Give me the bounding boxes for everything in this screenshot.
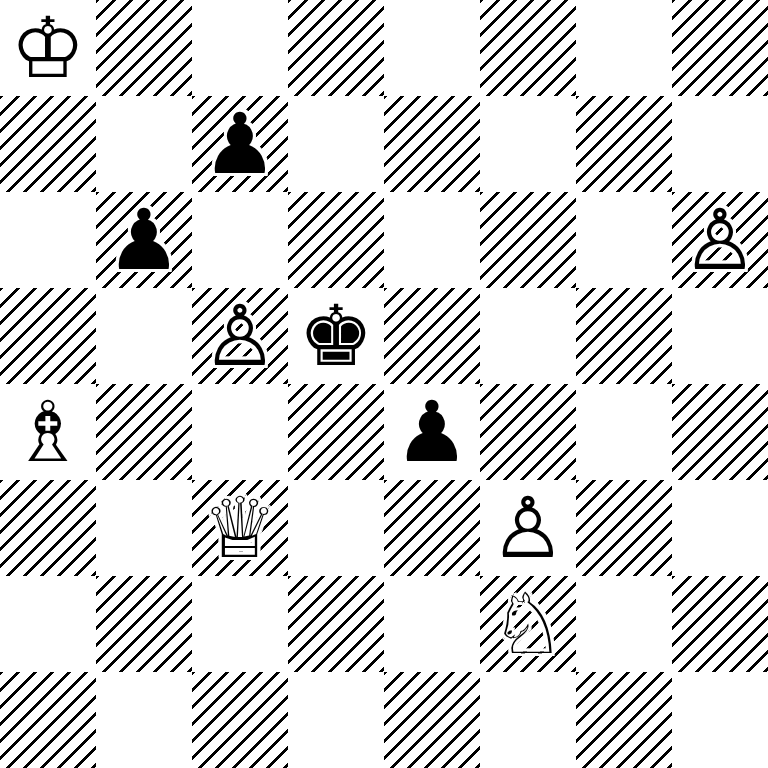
square-e2[interactable]	[384, 576, 480, 672]
square-h8[interactable]	[672, 0, 768, 96]
square-g4[interactable]	[576, 384, 672, 480]
square-c7[interactable]: ♟	[192, 96, 288, 192]
square-a3[interactable]	[0, 480, 96, 576]
square-d4[interactable]	[288, 384, 384, 480]
square-f3[interactable]: ♙	[480, 480, 576, 576]
white-king[interactable]: ♔	[10, 0, 85, 96]
square-e1[interactable]	[384, 672, 480, 768]
square-b6[interactable]: ♟	[96, 192, 192, 288]
square-g7[interactable]	[576, 96, 672, 192]
black-pawn[interactable]: ♟	[106, 192, 181, 288]
square-h6[interactable]: ♙	[672, 192, 768, 288]
square-d5[interactable]: ♚	[288, 288, 384, 384]
square-c2[interactable]	[192, 576, 288, 672]
square-c5[interactable]: ♙	[192, 288, 288, 384]
square-g1[interactable]	[576, 672, 672, 768]
square-b2[interactable]	[96, 576, 192, 672]
white-bishop[interactable]: ♗	[10, 384, 85, 480]
white-pawn[interactable]: ♙	[490, 480, 565, 576]
square-h4[interactable]	[672, 384, 768, 480]
square-f6[interactable]	[480, 192, 576, 288]
black-pawn[interactable]: ♟	[202, 96, 277, 192]
black-king[interactable]: ♚	[298, 288, 373, 384]
square-d7[interactable]	[288, 96, 384, 192]
square-g2[interactable]	[576, 576, 672, 672]
square-f8[interactable]	[480, 0, 576, 96]
square-e6[interactable]	[384, 192, 480, 288]
square-c3[interactable]: ♕	[192, 480, 288, 576]
square-b5[interactable]	[96, 288, 192, 384]
square-g5[interactable]	[576, 288, 672, 384]
square-b1[interactable]	[96, 672, 192, 768]
square-b3[interactable]	[96, 480, 192, 576]
square-d6[interactable]	[288, 192, 384, 288]
square-e8[interactable]	[384, 0, 480, 96]
square-c1[interactable]	[192, 672, 288, 768]
square-f1[interactable]	[480, 672, 576, 768]
square-a7[interactable]	[0, 96, 96, 192]
square-h3[interactable]	[672, 480, 768, 576]
square-b7[interactable]	[96, 96, 192, 192]
white-pawn[interactable]: ♙	[682, 192, 757, 288]
square-e3[interactable]	[384, 480, 480, 576]
square-f7[interactable]	[480, 96, 576, 192]
square-b8[interactable]	[96, 0, 192, 96]
square-e4[interactable]: ♟	[384, 384, 480, 480]
square-d8[interactable]	[288, 0, 384, 96]
square-c8[interactable]	[192, 0, 288, 96]
square-f2[interactable]: ♘	[480, 576, 576, 672]
square-a6[interactable]	[0, 192, 96, 288]
square-g6[interactable]	[576, 192, 672, 288]
square-a2[interactable]	[0, 576, 96, 672]
square-f5[interactable]	[480, 288, 576, 384]
square-h7[interactable]	[672, 96, 768, 192]
square-a4[interactable]: ♗	[0, 384, 96, 480]
square-e7[interactable]	[384, 96, 480, 192]
square-h2[interactable]	[672, 576, 768, 672]
square-e5[interactable]	[384, 288, 480, 384]
square-d2[interactable]	[288, 576, 384, 672]
square-c4[interactable]	[192, 384, 288, 480]
square-a1[interactable]	[0, 672, 96, 768]
white-pawn[interactable]: ♙	[202, 288, 277, 384]
square-h1[interactable]	[672, 672, 768, 768]
black-pawn[interactable]: ♟	[394, 384, 469, 480]
square-c6[interactable]	[192, 192, 288, 288]
square-g3[interactable]	[576, 480, 672, 576]
square-b4[interactable]	[96, 384, 192, 480]
square-a5[interactable]	[0, 288, 96, 384]
square-h5[interactable]	[672, 288, 768, 384]
square-f4[interactable]	[480, 384, 576, 480]
square-d3[interactable]	[288, 480, 384, 576]
square-a8[interactable]: ♔	[0, 0, 96, 96]
white-knight[interactable]: ♘	[490, 576, 565, 672]
square-d1[interactable]	[288, 672, 384, 768]
white-queen[interactable]: ♕	[202, 480, 277, 576]
square-g8[interactable]	[576, 0, 672, 96]
chess-board: ♔♟♟♙♙♚♗♟♕♙♘	[0, 0, 768, 768]
